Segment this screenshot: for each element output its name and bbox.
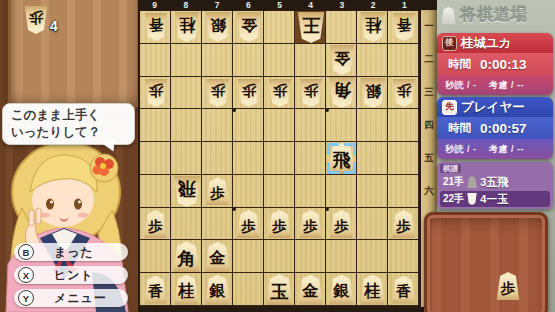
square-29[interactable]: 桂 [357, 273, 388, 306]
square-15[interactable] [388, 142, 419, 175]
gote-hand-pawn[interactable]: 歩 [24, 6, 48, 34]
square-26[interactable] [357, 175, 388, 208]
piece-角-33: 角 [328, 77, 356, 108]
piece-歩-17: 歩 [392, 210, 416, 238]
opponent-time-label: 時間 [448, 57, 471, 72]
sente-captured-tray[interactable]: 歩 [424, 212, 548, 312]
piece-銀-39: 銀 [329, 275, 355, 305]
square-31[interactable] [326, 11, 357, 44]
square-51[interactable] [264, 11, 295, 44]
piece-香-99: 香 [144, 276, 168, 304]
move-list-header: 棋譜 [440, 164, 461, 173]
piece-銀-79: 銀 [205, 275, 231, 305]
piece-桂-89: 桂 [174, 275, 200, 305]
square-76[interactable]: 歩 [202, 175, 233, 208]
square-89[interactable]: 桂 [171, 273, 202, 306]
file-label-4: 4 [295, 0, 326, 10]
piece-香-91: 香 [144, 13, 168, 41]
square-49[interactable]: 金 [295, 273, 326, 306]
square-87[interactable] [171, 208, 202, 241]
square-38[interactable] [326, 240, 357, 273]
square-35[interactable]: 飛 [326, 142, 357, 175]
square-11[interactable]: 香 [388, 11, 419, 44]
gamepad-B-icon: B [18, 244, 34, 260]
square-88[interactable]: 角 [171, 240, 202, 273]
square-16[interactable] [388, 175, 419, 208]
rank-label-4: 四 [421, 109, 437, 142]
square-92[interactable] [140, 44, 171, 77]
square-41[interactable]: 王 [295, 11, 326, 44]
button-まった[interactable]: Bまった [14, 243, 128, 261]
square-48[interactable] [295, 240, 326, 273]
move-list-panel: 棋譜 21手3五飛22手4一玉 [437, 162, 553, 209]
square-82[interactable] [171, 44, 202, 77]
player-name: プレイヤー [461, 99, 525, 116]
player-byoyomi: 秒読 / - 考慮 / -- [437, 139, 553, 159]
right-panel: 将棋道場 後 桂城ユカ 時間 0:00:13 秒読 / - 考慮 / -- 先 … [437, 0, 555, 312]
square-85[interactable] [171, 142, 202, 175]
square-83[interactable] [171, 77, 202, 110]
gote-badge-icon: 後 [442, 36, 457, 51]
square-66[interactable] [233, 175, 264, 208]
square-56[interactable] [264, 175, 295, 208]
opponent-time-value: 0:00:13 [480, 57, 527, 72]
square-78[interactable]: 金 [202, 240, 233, 273]
square-99[interactable]: 香 [140, 273, 171, 306]
button-ヒント[interactable]: Xヒント [14, 266, 128, 284]
square-72[interactable] [202, 44, 233, 77]
square-94[interactable] [140, 109, 171, 142]
file-label-6: 6 [233, 0, 264, 10]
piece-歩-67: 歩 [237, 210, 261, 238]
shogi-game-screen: 歩 4 [0, 0, 555, 312]
square-23[interactable]: 銀 [357, 77, 388, 110]
speech-line-1: このまま上手く [11, 107, 134, 124]
square-18[interactable] [388, 240, 419, 273]
square-81[interactable]: 桂 [171, 11, 202, 44]
shogi-piece-icon [441, 7, 456, 24]
board-area: 987654321 香桂銀金王桂香金歩歩歩歩歩角銀歩飛飛歩歩歩歩歩歩歩角金香桂銀… [138, 0, 437, 312]
square-46[interactable] [295, 175, 326, 208]
piece-歩-63: 歩 [237, 79, 261, 107]
opponent-name: 桂城ユカ [461, 35, 512, 52]
square-62[interactable] [233, 44, 264, 77]
square-55[interactable] [264, 142, 295, 175]
button-label: まった [54, 244, 94, 261]
gote-piece-icon [467, 193, 477, 205]
piece-角-88: 角 [173, 241, 201, 272]
square-33[interactable]: 角 [326, 77, 357, 110]
player-time-label: 時間 [448, 121, 471, 136]
gamepad-Y-icon: Y [18, 290, 34, 306]
square-75[interactable] [202, 142, 233, 175]
sente-hand-pawn[interactable]: 歩 [496, 272, 520, 300]
action-buttons: BまったXヒントYメニュー [14, 243, 128, 312]
gote-hand-group[interactable]: 歩 4 [24, 6, 58, 34]
piece-香-19: 香 [392, 276, 416, 304]
sente-badge-icon: 先 [442, 100, 457, 115]
file-label-1: 1 [389, 0, 420, 10]
piece-桂-81: 桂 [174, 12, 200, 42]
star-point [232, 108, 236, 112]
square-21[interactable]: 桂 [357, 11, 388, 44]
left-column: 歩 4 [0, 0, 138, 312]
move-row-21手[interactable]: 21手3五飛 [440, 174, 550, 190]
square-97[interactable]: 歩 [140, 208, 171, 241]
piece-金-78: 金 [205, 242, 231, 272]
square-37[interactable]: 歩 [326, 208, 357, 241]
piece-桂-21: 桂 [360, 12, 386, 42]
shogi-board[interactable]: 香桂銀金王桂香金歩歩歩歩歩角銀歩飛飛歩歩歩歩歩歩歩角金香桂銀玉金銀桂香 [139, 10, 420, 307]
square-58[interactable] [264, 240, 295, 273]
piece-銀-23: 銀 [360, 78, 386, 108]
piece-香-11: 香 [392, 13, 416, 41]
file-labels: 987654321 [139, 0, 420, 10]
square-53[interactable]: 歩 [264, 77, 295, 110]
piece-飛-86: 飛 [173, 176, 201, 207]
sente-piece-icon [467, 176, 477, 188]
square-47[interactable]: 歩 [295, 208, 326, 241]
piece-歩-37: 歩 [330, 210, 354, 238]
piece-歩-93: 歩 [144, 79, 168, 107]
button-label: メニュー [54, 290, 107, 307]
rank-label-3: 三 [421, 76, 437, 109]
square-69[interactable] [233, 273, 264, 306]
square-98[interactable] [140, 240, 171, 273]
file-label-9: 9 [139, 0, 170, 10]
square-45[interactable] [295, 142, 326, 175]
square-17[interactable]: 歩 [388, 208, 419, 241]
square-73[interactable]: 歩 [202, 77, 233, 110]
square-63[interactable]: 歩 [233, 77, 264, 110]
square-96[interactable] [140, 175, 171, 208]
app-logo: 将棋道場 [441, 5, 528, 26]
square-71[interactable]: 銀 [202, 11, 233, 44]
player-time-value: 0:00:57 [480, 121, 527, 136]
square-42[interactable] [295, 44, 326, 77]
rank-label-2: 二 [421, 43, 437, 76]
piece-歩-13: 歩 [392, 79, 416, 107]
piece-歩-76: 歩 [206, 177, 230, 205]
square-32[interactable]: 金 [326, 44, 357, 77]
square-25[interactable] [357, 142, 388, 175]
square-43[interactable]: 歩 [295, 77, 326, 110]
piece-金-61: 金 [236, 12, 262, 42]
square-59[interactable]: 玉 [264, 273, 295, 306]
square-61[interactable]: 金 [233, 11, 264, 44]
opponent-byoyomi: 秒読 / - 考慮 / -- [437, 75, 553, 95]
button-メニュー[interactable]: Yメニュー [14, 289, 128, 307]
square-57[interactable]: 歩 [264, 208, 295, 241]
square-93[interactable]: 歩 [140, 77, 171, 110]
square-36[interactable] [326, 175, 357, 208]
square-14[interactable] [388, 109, 419, 142]
square-27[interactable] [357, 208, 388, 241]
piece-銀-71: 銀 [205, 12, 231, 42]
square-19[interactable]: 香 [388, 273, 419, 306]
square-79[interactable]: 銀 [202, 273, 233, 306]
square-13[interactable]: 歩 [388, 77, 419, 110]
gamepad-X-icon: X [18, 267, 34, 283]
selection-cursor [326, 142, 357, 175]
piece-歩-53: 歩 [268, 79, 292, 107]
square-86[interactable]: 飛 [171, 175, 202, 208]
square-34[interactable] [326, 109, 357, 142]
square-64[interactable] [233, 109, 264, 142]
square-39[interactable]: 銀 [326, 273, 357, 306]
square-65[interactable] [233, 142, 264, 175]
move-text: 4一玉 [480, 192, 508, 207]
file-label-8: 8 [170, 0, 201, 10]
piece-歩-73: 歩 [206, 79, 230, 107]
square-74[interactable] [202, 109, 233, 142]
file-label-3: 3 [326, 0, 357, 10]
move-number: 21手 [443, 175, 464, 189]
file-label-5: 5 [264, 0, 295, 10]
square-67[interactable]: 歩 [233, 208, 264, 241]
square-91[interactable]: 香 [140, 11, 171, 44]
square-95[interactable] [140, 142, 171, 175]
square-12[interactable] [388, 44, 419, 77]
piece-歩-97: 歩 [144, 210, 168, 238]
square-28[interactable] [357, 240, 388, 273]
file-label-2: 2 [358, 0, 389, 10]
button-label: ヒント [54, 267, 94, 284]
square-22[interactable] [357, 44, 388, 77]
square-24[interactable] [357, 109, 388, 142]
player-panel: 先 プレイヤー 時間 0:00:57 秒読 / - 考慮 / -- [437, 97, 553, 159]
file-label-7: 7 [201, 0, 232, 10]
square-54[interactable] [264, 109, 295, 142]
piece-玉-59: 玉 [266, 274, 294, 305]
star-point [232, 207, 236, 211]
piece-金-32: 金 [329, 45, 355, 75]
piece-歩-57: 歩 [268, 210, 292, 238]
move-text: 3五飛 [480, 175, 508, 190]
square-84[interactable] [171, 109, 202, 142]
piece-金-49: 金 [298, 275, 324, 305]
rank-label-1: 一 [421, 10, 437, 43]
rank-label-6: 六 [421, 175, 437, 208]
square-44[interactable] [295, 109, 326, 142]
square-52[interactable] [264, 44, 295, 77]
rank-label-5: 五 [421, 142, 437, 175]
piece-歩-47: 歩 [299, 210, 323, 238]
piece-歩-43: 歩 [299, 79, 323, 107]
opponent-panel: 後 桂城ユカ 時間 0:00:13 秒読 / - 考慮 / -- [437, 33, 553, 95]
piece-王-41: 王 [297, 12, 325, 43]
app-title: 将棋道場 [460, 5, 528, 26]
move-number: 22手 [443, 192, 464, 206]
gote-hand-count: 4 [50, 18, 58, 34]
gote-captured-tray[interactable]: 歩 4 [8, 0, 140, 112]
square-68[interactable] [233, 240, 264, 273]
move-row-22手[interactable]: 22手4一玉 [440, 191, 550, 207]
square-77[interactable] [202, 208, 233, 241]
piece-桂-29: 桂 [360, 275, 386, 305]
sente-hand-group[interactable]: 歩 [496, 272, 522, 300]
